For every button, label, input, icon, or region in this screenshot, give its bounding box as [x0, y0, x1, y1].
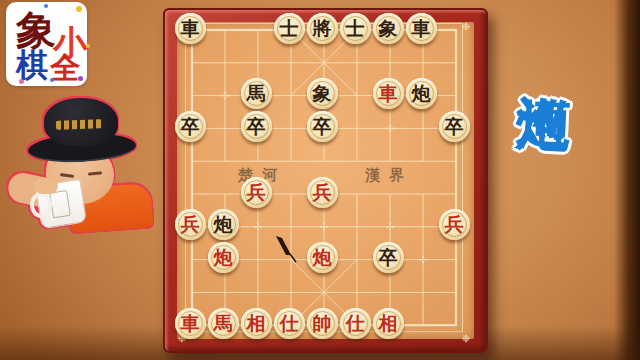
svg-text:❉: ❉	[462, 333, 470, 344]
black-piece-象[interactable]: 象	[307, 78, 338, 109]
mug-drawing	[49, 190, 71, 218]
piece-glyph: 炮	[313, 248, 332, 267]
piece-glyph: 相	[379, 314, 398, 333]
piece-glyph: 車	[379, 84, 398, 103]
svg-text:❉: ❉	[462, 21, 470, 32]
background-dark-edge	[614, 0, 640, 360]
river-text-right: 漢界	[365, 166, 413, 184]
piece-glyph: 車	[412, 19, 431, 38]
red-piece-相[interactable]: 相	[373, 308, 404, 339]
piece-glyph: 馬	[247, 84, 266, 103]
confetti-dot	[78, 76, 83, 81]
red-piece-兵[interactable]: 兵	[175, 209, 206, 240]
presenter-photo	[8, 96, 156, 232]
title-card-char-3: 棋	[16, 49, 48, 81]
black-piece-將[interactable]: 將	[307, 13, 338, 44]
confetti-dot	[50, 78, 54, 82]
piece-glyph: 象	[379, 19, 398, 38]
red-piece-炮[interactable]: 炮	[208, 242, 239, 273]
red-piece-車[interactable]: 車	[175, 308, 206, 339]
black-piece-車[interactable]: 車	[175, 13, 206, 44]
presenter-hand	[34, 178, 58, 194]
black-piece-象[interactable]: 象	[373, 13, 404, 44]
piece-glyph: 仕	[280, 314, 299, 333]
piece-glyph: 士	[346, 19, 365, 38]
piece-glyph: 卒	[379, 248, 398, 267]
red-piece-兵[interactable]: 兵	[439, 209, 470, 240]
mug-handle	[30, 192, 52, 218]
piece-glyph: 兵	[247, 183, 266, 202]
red-piece-兵[interactable]: 兵	[307, 177, 338, 208]
piece-glyph: 兵	[445, 215, 464, 234]
black-piece-士[interactable]: 士	[274, 13, 305, 44]
confetti-dot	[44, 4, 48, 8]
black-piece-炮[interactable]: 炮	[208, 209, 239, 240]
piece-glyph: 炮	[214, 215, 233, 234]
black-piece-卒[interactable]: 卒	[373, 242, 404, 273]
piece-glyph: 卒	[181, 117, 200, 136]
black-piece-士[interactable]: 士	[340, 13, 371, 44]
black-piece-卒[interactable]: 卒	[241, 111, 272, 142]
piece-glyph: 車	[181, 19, 200, 38]
hat-gold-text	[56, 119, 102, 130]
red-piece-相[interactable]: 相	[241, 308, 272, 339]
piece-glyph: 炮	[214, 248, 233, 267]
confetti-dot	[76, 6, 82, 12]
piece-glyph: 卒	[445, 117, 464, 136]
red-piece-帥[interactable]: 帥	[307, 308, 338, 339]
red-piece-仕[interactable]: 仕	[340, 308, 371, 339]
black-piece-卒[interactable]: 卒	[307, 111, 338, 142]
piece-glyph: 卒	[247, 117, 266, 136]
piece-glyph: 將	[313, 19, 332, 38]
black-piece-卒[interactable]: 卒	[175, 111, 206, 142]
piece-glyph: 帥	[313, 314, 332, 333]
title-card-char-4: 全	[50, 53, 80, 83]
black-piece-車[interactable]: 車	[406, 13, 437, 44]
piece-glyph: 兵	[181, 215, 200, 234]
lesson-title: 巡河炮	[519, 51, 574, 59]
red-piece-兵[interactable]: 兵	[241, 177, 272, 208]
confetti-dot	[19, 79, 24, 84]
piece-glyph: 炮	[412, 84, 431, 103]
piece-glyph: 卒	[313, 117, 332, 136]
title-card: 象小棋全	[6, 2, 87, 86]
piece-glyph: 兵	[313, 183, 332, 202]
piece-glyph: 象	[313, 84, 332, 103]
piece-glyph: 士	[280, 19, 299, 38]
black-piece-卒[interactable]: 卒	[439, 111, 470, 142]
mouse-cursor	[272, 234, 300, 268]
piece-glyph: 相	[247, 314, 266, 333]
piece-glyph: 仕	[346, 314, 365, 333]
confetti-dot	[86, 44, 90, 48]
piece-glyph: 車	[181, 314, 200, 333]
red-piece-仕[interactable]: 仕	[274, 308, 305, 339]
red-piece-車[interactable]: 車	[373, 78, 404, 109]
black-piece-馬[interactable]: 馬	[241, 78, 272, 109]
piece-glyph: 馬	[214, 314, 233, 333]
red-piece-馬[interactable]: 馬	[208, 308, 239, 339]
black-piece-炮[interactable]: 炮	[406, 78, 437, 109]
red-piece-炮[interactable]: 炮	[307, 242, 338, 273]
title-card-char-1: 象	[16, 10, 56, 50]
